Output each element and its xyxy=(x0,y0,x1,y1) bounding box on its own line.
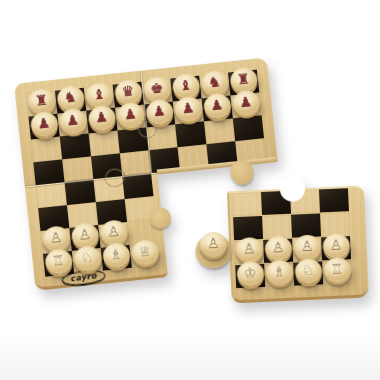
disc-white-pawn-f2[interactable]: ♙ xyxy=(264,236,292,262)
disc-white-pawn-g2[interactable]: ♙ xyxy=(293,234,321,260)
square-b5 xyxy=(62,156,93,182)
rook-symbol: ♜ xyxy=(27,87,56,113)
pawn-symbol: ♙ xyxy=(41,225,70,251)
rook-symbol: ♖ xyxy=(323,257,351,281)
knight-symbol: ♘ xyxy=(72,244,101,270)
pawn-symbol: ♙ xyxy=(235,237,263,261)
square-f6 xyxy=(175,121,206,147)
pawn-symbol: ♙ xyxy=(322,233,350,257)
pawn-symbol: ♙ xyxy=(264,236,292,260)
product-photo-stage: ♜♞♝♛♚♝♞♜♟♟♟♟♟♟♟♟ ♙♙♙♖♘♗♕ cayro ♙♙♙♙♙♔♗♘♖ xyxy=(0,0,380,380)
bishop-symbol: ♗ xyxy=(101,241,130,267)
disc-white-pawn-h2[interactable]: ♙ xyxy=(322,233,350,259)
pawn-symbol: ♟ xyxy=(58,107,87,133)
pawn-symbol: ♟ xyxy=(202,92,231,118)
bishop-symbol: ♝ xyxy=(84,81,113,107)
disc-white-bishop-f1[interactable]: ♗ xyxy=(265,260,293,286)
square-h4 xyxy=(319,188,349,212)
rook-symbol: ♜ xyxy=(229,66,258,92)
square-a4 xyxy=(36,182,67,208)
knight-symbol: ♞ xyxy=(56,84,85,110)
square-b6 xyxy=(60,133,91,159)
disc-white-rook-h1[interactable]: ♖ xyxy=(323,257,351,283)
bishop-symbol: ♗ xyxy=(265,260,293,284)
square-d5 xyxy=(120,150,151,176)
disc-white-knight-g1[interactable]: ♘ xyxy=(294,258,322,284)
knight-symbol: ♞ xyxy=(200,69,229,95)
pawn-symbol: ♟ xyxy=(231,89,260,115)
pawn-symbol: ♟ xyxy=(87,104,116,130)
square-g6 xyxy=(204,118,235,144)
square-h6 xyxy=(233,115,264,141)
floor-shade xyxy=(0,334,380,380)
queen-symbol: ♛ xyxy=(113,78,142,104)
king-symbol: ♔ xyxy=(236,261,264,285)
pawn-symbol: ♙ xyxy=(70,222,99,248)
pawn-symbol: ♟ xyxy=(144,98,173,124)
knight-symbol: ♘ xyxy=(294,258,322,282)
square-e4 xyxy=(232,192,262,216)
puzzle-fragment-detached[interactable]: ♙♙♙♙♙♔♗♘♖ xyxy=(192,185,369,304)
pawn-symbol: ♙ xyxy=(199,232,227,256)
disc-white-pawn-e2[interactable]: ♙ xyxy=(235,237,263,263)
square-a6 xyxy=(31,137,62,163)
pawn-symbol: ♙ xyxy=(293,234,321,258)
rook-symbol: ♖ xyxy=(44,248,73,274)
pawn-symbol: ♙ xyxy=(99,219,128,245)
pawn-symbol: ♟ xyxy=(116,101,145,127)
king-symbol: ♚ xyxy=(142,75,171,101)
square-a5 xyxy=(33,159,64,185)
board-bottom-right-block: ♙♙♙♙♙♔♗♘♖ xyxy=(227,185,369,303)
disc-white-king-e1[interactable]: ♔ xyxy=(236,261,264,287)
square-c6 xyxy=(89,130,120,156)
square-b4 xyxy=(65,179,96,205)
disc-white-pawn-d2[interactable]: ♙ xyxy=(199,232,227,258)
bishop-symbol: ♝ xyxy=(171,72,200,98)
pawn-symbol: ♟ xyxy=(29,110,58,136)
square-d4 xyxy=(122,173,153,199)
pawn-symbol: ♟ xyxy=(173,95,202,121)
queen-symbol: ♕ xyxy=(130,238,159,264)
